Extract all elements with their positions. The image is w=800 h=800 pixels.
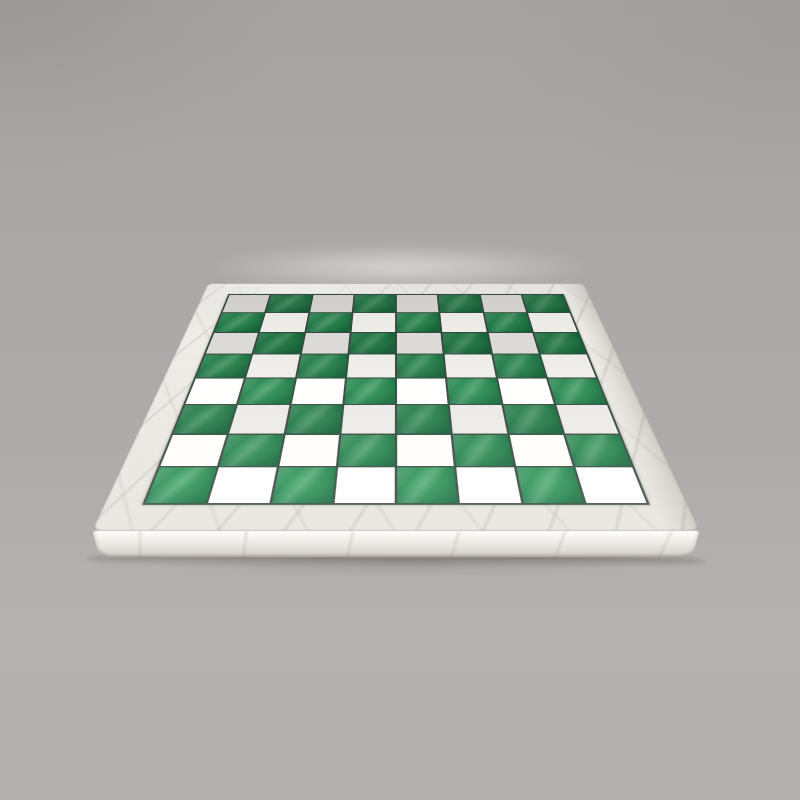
square-e7 — [397, 313, 441, 332]
photo-backdrop: { "game": "chess", "scene": { "descripti… — [0, 0, 800, 800]
square-f1 — [457, 468, 521, 504]
square-e4 — [397, 379, 448, 404]
square-h5 — [541, 355, 596, 378]
square-h3 — [556, 405, 618, 433]
square-d8 — [353, 295, 395, 312]
square-g7 — [484, 313, 532, 332]
square-a5 — [196, 355, 251, 378]
square-h7 — [528, 313, 578, 332]
square-g1 — [516, 468, 584, 504]
chess-board — [92, 284, 699, 531]
square-e2 — [397, 435, 454, 467]
square-e6 — [397, 333, 443, 354]
square-e5 — [397, 355, 445, 378]
square-d2 — [338, 435, 395, 467]
square-b6 — [254, 333, 304, 354]
square-f7 — [441, 313, 487, 332]
square-b4 — [238, 379, 294, 404]
square-f6 — [443, 333, 491, 354]
square-h6 — [534, 333, 586, 354]
board-grid — [142, 294, 650, 505]
square-h1 — [575, 468, 646, 504]
square-b1 — [208, 468, 276, 504]
square-c2 — [279, 435, 339, 467]
square-f2 — [453, 435, 513, 467]
square-e3 — [397, 405, 451, 433]
square-f4 — [447, 379, 500, 404]
square-b8 — [266, 295, 311, 312]
square-f8 — [439, 295, 483, 312]
square-c4 — [291, 379, 344, 404]
square-e1 — [397, 468, 458, 504]
board-frame — [92, 284, 699, 531]
square-d4 — [344, 379, 395, 404]
square-d1 — [334, 468, 395, 504]
square-a4 — [186, 379, 245, 404]
square-e8 — [397, 295, 439, 312]
square-c5 — [297, 355, 348, 378]
square-a3 — [174, 405, 236, 433]
square-c8 — [310, 295, 354, 312]
square-c7 — [306, 313, 352, 332]
square-b2 — [220, 435, 283, 467]
square-a2 — [160, 435, 227, 467]
board-front-edge — [92, 531, 699, 558]
square-b5 — [246, 355, 299, 378]
square-d5 — [347, 355, 395, 378]
square-g6 — [488, 333, 538, 354]
square-h8 — [522, 295, 569, 312]
square-d3 — [341, 405, 395, 433]
scene — [0, 0, 800, 800]
square-g3 — [503, 405, 562, 433]
square-f5 — [445, 355, 496, 378]
square-h2 — [565, 435, 632, 467]
square-c6 — [301, 333, 349, 354]
square-d7 — [351, 313, 395, 332]
square-b3 — [230, 405, 289, 433]
square-a7 — [215, 313, 265, 332]
square-c3 — [285, 405, 342, 433]
square-g4 — [498, 379, 554, 404]
square-g8 — [480, 295, 525, 312]
square-d6 — [349, 333, 395, 354]
square-g2 — [509, 435, 572, 467]
square-a8 — [223, 295, 270, 312]
square-f3 — [450, 405, 507, 433]
square-c1 — [271, 468, 335, 504]
square-h4 — [548, 379, 607, 404]
square-a1 — [145, 468, 216, 504]
square-g5 — [493, 355, 546, 378]
square-b7 — [260, 313, 308, 332]
square-a6 — [206, 333, 258, 354]
